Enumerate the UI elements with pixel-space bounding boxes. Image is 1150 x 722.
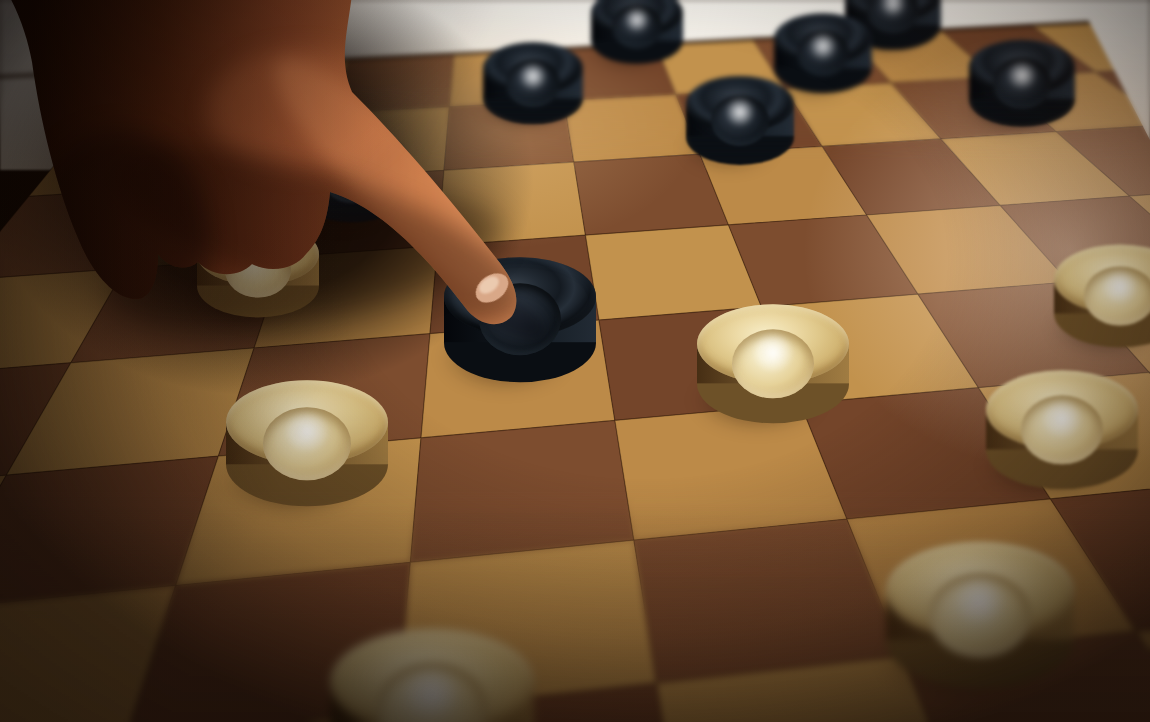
checker-light-h5[interactable] [1054,244,1150,347]
photo-scene [0,0,1150,722]
checker-light-g4[interactable] [986,370,1138,489]
hand [0,0,620,420]
depth-blur-near [0,492,1150,722]
checker-light-e4[interactable] [697,304,849,423]
piece-highlight [1041,399,1084,439]
piece-highlight [1102,269,1139,304]
piece-highlight [752,333,795,373]
